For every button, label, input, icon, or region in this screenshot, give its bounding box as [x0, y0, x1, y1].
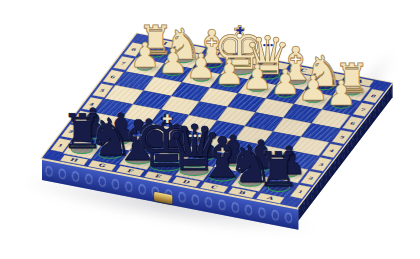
- piece-blue-rook-a1[interactable]: ♜: [257, 147, 300, 195]
- piece-cream-pawn-g7[interactable]: ♟: [158, 43, 189, 77]
- piece-cream-pawn-a7[interactable]: ♟: [326, 76, 357, 110]
- king-cross-accent: ✚: [236, 26, 243, 36]
- piece-cream-pawn-h7[interactable]: ♟: [130, 38, 161, 72]
- pieces-layer: ♜♞♝♛•••♚✚♝♞♜♟♟♟♟♟♟♟♟♟♟♟♟♟♟♟♟♜♞♝♛•••♚✚♝♞♜: [0, 0, 420, 259]
- piece-cream-pawn-b7[interactable]: ♟: [298, 71, 329, 105]
- piece-cream-pawn-f7[interactable]: ♟: [186, 49, 217, 83]
- piece-cream-pawn-d7[interactable]: ♟: [242, 60, 273, 94]
- queen-orbs-accent: •••: [188, 131, 202, 141]
- piece-cream-pawn-c7[interactable]: ♟: [270, 65, 301, 99]
- chess-set-photo: HHGGFFEEDDCCBBAA8877665544332211 ♜♞♝♛•••…: [0, 0, 420, 259]
- piece-cream-pawn-e7[interactable]: ♟: [214, 54, 245, 88]
- queen-orbs-accent: •••: [262, 42, 273, 50]
- king-cross-accent: ✚: [162, 113, 171, 125]
